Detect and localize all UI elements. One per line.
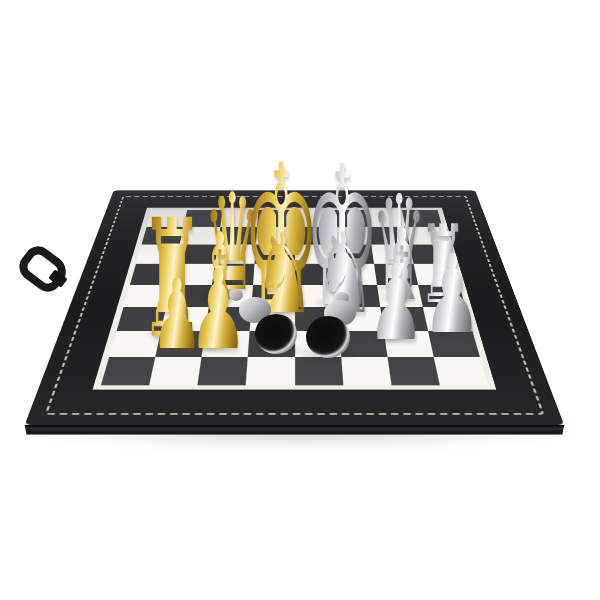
- square-h1: [434, 357, 489, 385]
- silver-pawn-2: ♟: [423, 240, 482, 349]
- square-d1: [246, 357, 294, 385]
- silver-pawn-1: ♟: [368, 251, 424, 356]
- board-front-edge: [25, 425, 565, 435]
- gold-pawn-2: ♟: [188, 255, 247, 365]
- leather-pull-tab: [18, 249, 70, 295]
- product-photo-canvas: ♜♟♛♝♟♚♞♚♞♛♝♟♜♟: [0, 0, 600, 600]
- fallen-silver-pawn-2-felt-base: [306, 316, 350, 358]
- square-e1: [295, 357, 343, 385]
- fallen-silver-pawn-1-felt-base: [255, 314, 297, 354]
- pull-tab-loop: [14, 241, 72, 297]
